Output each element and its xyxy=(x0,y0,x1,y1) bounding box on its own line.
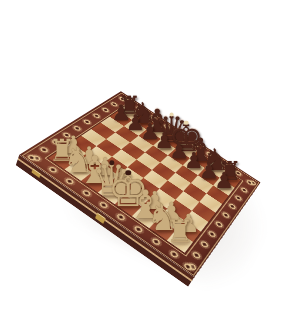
square-g2 xyxy=(159,209,184,230)
brass-hinge xyxy=(32,168,41,178)
chess-set-photo: ♜♟♞♟♝♟♛♟♚♟♟♝♜♟♟♞♞♟♟♜♝♟♟♛♟♚♟♝♟♞♟♜ xyxy=(0,0,300,327)
square-d3 xyxy=(118,167,143,186)
